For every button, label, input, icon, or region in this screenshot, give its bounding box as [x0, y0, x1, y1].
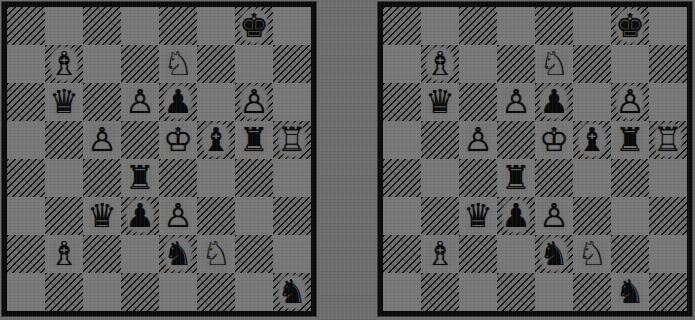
piece-black-rook: ♜	[497, 159, 535, 197]
square-g6: ♙	[611, 83, 649, 121]
piece-white-knight: ♘	[159, 45, 197, 83]
square-g6: ♙	[235, 83, 273, 121]
square-e5: ♔	[159, 121, 197, 159]
square-d3: ♟	[497, 197, 535, 235]
piece-white-bishop: ♗	[45, 45, 83, 83]
chess-board-right: ♚♗♘♛♙♟♙♙♔♝♜♖♜♛♟♙♗♞♘♞	[378, 2, 692, 316]
square-e6: ♟	[535, 83, 573, 121]
square-c4	[83, 159, 121, 197]
square-d4: ♜	[497, 159, 535, 197]
square-g5: ♜	[235, 121, 273, 159]
square-f5: ♝	[573, 121, 611, 159]
piece-black-bishop: ♝	[197, 121, 235, 159]
square-g1	[235, 273, 273, 311]
piece-black-king: ♚	[235, 7, 273, 45]
square-g8: ♚	[611, 7, 649, 45]
square-e2: ♞	[535, 235, 573, 273]
square-a6	[7, 83, 45, 121]
square-a7	[7, 45, 45, 83]
square-h5: ♖	[273, 121, 311, 159]
square-a7	[383, 45, 421, 83]
piece-white-pawn: ♙	[235, 83, 273, 121]
square-a2	[383, 235, 421, 273]
square-g4	[611, 159, 649, 197]
piece-white-bishop: ♗	[45, 235, 83, 273]
square-h7	[649, 45, 687, 83]
square-h4	[273, 159, 311, 197]
piece-black-queen: ♛	[45, 83, 83, 121]
square-d6: ♙	[497, 83, 535, 121]
square-f4	[573, 159, 611, 197]
piece-white-pawn: ♙	[459, 121, 497, 159]
piece-white-pawn: ♙	[497, 83, 535, 121]
square-d6: ♙	[121, 83, 159, 121]
piece-white-pawn: ♙	[535, 197, 573, 235]
square-f2: ♘	[197, 235, 235, 273]
square-h8	[273, 7, 311, 45]
square-a8	[383, 7, 421, 45]
square-f3	[197, 197, 235, 235]
piece-black-knight: ♞	[273, 273, 311, 311]
chess-board-left: ♚♗♘♛♙♟♙♙♔♝♜♖♜♛♟♙♗♞♘♞	[2, 2, 316, 316]
square-c4	[459, 159, 497, 197]
square-f6	[573, 83, 611, 121]
square-c3: ♛	[83, 197, 121, 235]
square-e7: ♘	[159, 45, 197, 83]
piece-white-knight: ♘	[573, 235, 611, 273]
square-a6	[383, 83, 421, 121]
piece-white-pawn: ♙	[83, 121, 121, 159]
piece-white-king: ♔	[159, 121, 197, 159]
square-g3	[611, 197, 649, 235]
square-f8	[197, 7, 235, 45]
piece-black-knight: ♞	[611, 273, 649, 311]
piece-black-pawn: ♟	[159, 83, 197, 121]
square-b5	[421, 121, 459, 159]
piece-black-bishop: ♝	[573, 121, 611, 159]
square-h5: ♖	[649, 121, 687, 159]
square-b1	[421, 273, 459, 311]
square-f2: ♘	[573, 235, 611, 273]
square-h1: ♞	[273, 273, 311, 311]
square-c5: ♙	[83, 121, 121, 159]
square-c6	[459, 83, 497, 121]
square-f5: ♝	[197, 121, 235, 159]
square-c8	[83, 7, 121, 45]
piece-black-pawn: ♟	[535, 83, 573, 121]
square-b3	[421, 197, 459, 235]
piece-white-pawn: ♙	[121, 83, 159, 121]
square-d4: ♜	[121, 159, 159, 197]
square-f3	[573, 197, 611, 235]
square-e6: ♟	[159, 83, 197, 121]
square-b7: ♗	[45, 45, 83, 83]
square-b5	[45, 121, 83, 159]
piece-black-queen: ♛	[83, 197, 121, 235]
piece-black-rook: ♜	[235, 121, 273, 159]
square-d5	[121, 121, 159, 159]
square-f1	[197, 273, 235, 311]
square-h2	[649, 235, 687, 273]
square-g8: ♚	[235, 7, 273, 45]
square-d5	[497, 121, 535, 159]
square-d7	[121, 45, 159, 83]
piece-black-pawn: ♟	[497, 197, 535, 235]
square-f7	[197, 45, 235, 83]
square-e8	[159, 7, 197, 45]
square-b1	[45, 273, 83, 311]
square-e1	[159, 273, 197, 311]
square-e8	[535, 7, 573, 45]
square-b7: ♗	[421, 45, 459, 83]
square-c2	[83, 235, 121, 273]
square-a8	[7, 7, 45, 45]
piece-black-pawn: ♟	[121, 197, 159, 235]
square-c8	[459, 7, 497, 45]
square-g3	[235, 197, 273, 235]
square-c2	[459, 235, 497, 273]
piece-white-pawn: ♙	[611, 83, 649, 121]
square-d2	[497, 235, 535, 273]
piece-black-rook: ♜	[611, 121, 649, 159]
square-g5: ♜	[611, 121, 649, 159]
square-g1: ♞	[611, 273, 649, 311]
square-b8	[421, 7, 459, 45]
square-h7	[273, 45, 311, 83]
square-f7	[573, 45, 611, 83]
piece-black-king: ♚	[611, 7, 649, 45]
square-g4	[235, 159, 273, 197]
square-c1	[83, 273, 121, 311]
square-g2	[611, 235, 649, 273]
square-b8	[45, 7, 83, 45]
square-h6	[273, 83, 311, 121]
square-a2	[7, 235, 45, 273]
square-h8	[649, 7, 687, 45]
square-d3: ♟	[121, 197, 159, 235]
square-e1	[535, 273, 573, 311]
piece-white-rook: ♖	[649, 121, 687, 159]
square-b2: ♗	[421, 235, 459, 273]
piece-white-rook: ♖	[273, 121, 311, 159]
square-e4	[535, 159, 573, 197]
piece-white-bishop: ♗	[421, 45, 459, 83]
piece-white-bishop: ♗	[421, 235, 459, 273]
square-a1	[7, 273, 45, 311]
square-d1	[121, 273, 159, 311]
square-h3	[649, 197, 687, 235]
square-d2	[121, 235, 159, 273]
square-e2: ♞	[159, 235, 197, 273]
square-a4	[7, 159, 45, 197]
square-c3: ♛	[459, 197, 497, 235]
square-a4	[383, 159, 421, 197]
piece-white-pawn: ♙	[159, 197, 197, 235]
square-f6	[197, 83, 235, 121]
square-c7	[83, 45, 121, 83]
square-e5: ♔	[535, 121, 573, 159]
piece-black-knight: ♞	[535, 235, 573, 273]
square-e4	[159, 159, 197, 197]
piece-black-queen: ♛	[421, 83, 459, 121]
square-c1	[459, 273, 497, 311]
square-a1	[383, 273, 421, 311]
square-c7	[459, 45, 497, 83]
square-h6	[649, 83, 687, 121]
square-b4	[421, 159, 459, 197]
square-g7	[235, 45, 273, 83]
square-b2: ♗	[45, 235, 83, 273]
square-d1	[497, 273, 535, 311]
square-g7	[611, 45, 649, 83]
square-c5: ♙	[459, 121, 497, 159]
square-d8	[497, 7, 535, 45]
square-h2	[273, 235, 311, 273]
square-a5	[383, 121, 421, 159]
square-b4	[45, 159, 83, 197]
square-h4	[649, 159, 687, 197]
piece-white-king: ♔	[535, 121, 573, 159]
square-f8	[573, 7, 611, 45]
piece-black-knight: ♞	[159, 235, 197, 273]
square-b6: ♛	[421, 83, 459, 121]
square-d8	[121, 7, 159, 45]
piece-white-knight: ♘	[535, 45, 573, 83]
square-c6	[83, 83, 121, 121]
square-e3: ♙	[535, 197, 573, 235]
square-h3	[273, 197, 311, 235]
square-a3	[383, 197, 421, 235]
square-d7	[497, 45, 535, 83]
square-h1	[649, 273, 687, 311]
square-a3	[7, 197, 45, 235]
square-b6: ♛	[45, 83, 83, 121]
square-f1	[573, 273, 611, 311]
square-f4	[197, 159, 235, 197]
square-a5	[7, 121, 45, 159]
piece-black-queen: ♛	[459, 197, 497, 235]
square-g2	[235, 235, 273, 273]
square-e7: ♘	[535, 45, 573, 83]
square-b3	[45, 197, 83, 235]
piece-white-knight: ♘	[197, 235, 235, 273]
square-e3: ♙	[159, 197, 197, 235]
piece-black-rook: ♜	[121, 159, 159, 197]
